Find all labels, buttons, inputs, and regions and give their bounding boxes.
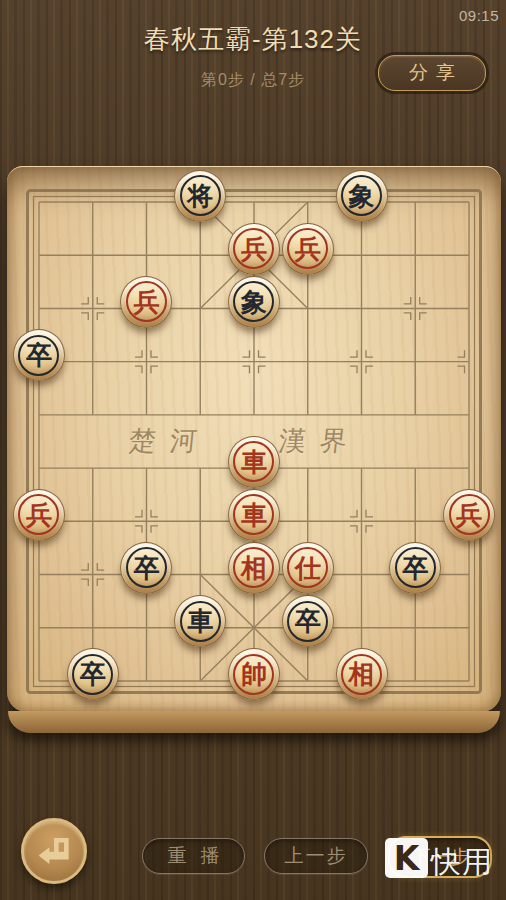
piece-glyph: 仕 [295, 555, 321, 581]
piece-black-elephant[interactable]: 象 [336, 170, 388, 222]
piece-glyph: 帥 [241, 661, 267, 687]
piece-glyph: 車 [241, 449, 267, 475]
page-title: 春秋五霸-第132关 [0, 22, 506, 57]
piece-black-soldier[interactable]: 卒 [282, 595, 334, 647]
piece-glyph: 車 [187, 608, 213, 634]
piece-red-soldier[interactable]: 兵 [443, 489, 495, 541]
piece-ring: 象 [233, 281, 274, 322]
piece-glyph: 兵 [133, 289, 159, 315]
piece-glyph: 卒 [402, 555, 428, 581]
piece-ring: 相 [341, 654, 382, 695]
piece-glyph: 卒 [80, 661, 106, 687]
piece-ring: 卒 [395, 547, 436, 588]
piece-glyph: 相 [349, 661, 375, 687]
pieces-layer: 将象兵兵兵象卒車兵車兵卒相仕卒車卒卒帥相 [12, 175, 496, 707]
piece-glyph: 兵 [295, 236, 321, 262]
piece-ring: 卒 [287, 601, 328, 642]
watermark-logo: K [385, 838, 428, 878]
piece-black-elephant[interactable]: 象 [228, 276, 280, 328]
piece-ring: 帥 [233, 654, 274, 695]
piece-ring: 兵 [18, 494, 59, 535]
piece-glyph: 兵 [26, 502, 52, 528]
piece-glyph: 相 [241, 555, 267, 581]
piece-red-soldier[interactable]: 兵 [282, 223, 334, 275]
piece-ring: 兵 [287, 228, 328, 269]
piece-ring: 兵 [126, 281, 167, 322]
piece-red-soldier[interactable]: 兵 [120, 276, 172, 328]
piece-red-chariot[interactable]: 車 [228, 489, 280, 541]
piece-glyph: 車 [241, 502, 267, 528]
piece-glyph: 卒 [295, 608, 321, 634]
piece-glyph: 兵 [241, 236, 267, 262]
piece-red-elephant[interactable]: 相 [336, 648, 388, 700]
watermark-text: 快用 [431, 842, 493, 883]
piece-glyph: 象 [349, 183, 375, 209]
piece-black-soldier[interactable]: 卒 [13, 329, 65, 381]
piece-black-general[interactable]: 将 [174, 170, 226, 222]
share-button[interactable]: 分享 [378, 55, 486, 91]
piece-ring: 相 [233, 547, 274, 588]
replay-button[interactable]: 重播 [142, 838, 245, 874]
piece-ring: 兵 [449, 494, 490, 535]
piece-ring: 卒 [18, 335, 59, 376]
piece-glyph: 兵 [456, 502, 482, 528]
piece-ring: 象 [341, 175, 382, 216]
piece-glyph: 将 [187, 183, 213, 209]
piece-black-soldier[interactable]: 卒 [389, 542, 441, 594]
return-arrow-icon [34, 831, 74, 871]
piece-black-soldier[interactable]: 卒 [120, 542, 172, 594]
piece-red-soldier[interactable]: 兵 [228, 223, 280, 275]
piece-ring: 車 [233, 441, 274, 482]
previous-step-button[interactable]: 上一步 [264, 838, 368, 874]
piece-ring: 卒 [126, 547, 167, 588]
piece-red-advisor[interactable]: 仕 [282, 542, 334, 594]
piece-black-chariot[interactable]: 車 [174, 595, 226, 647]
piece-ring: 車 [233, 494, 274, 535]
piece-ring: 将 [180, 175, 221, 216]
piece-ring: 卒 [72, 654, 113, 695]
piece-red-soldier[interactable]: 兵 [13, 489, 65, 541]
piece-glyph: 卒 [26, 342, 52, 368]
piece-glyph: 卒 [133, 555, 159, 581]
piece-ring: 兵 [233, 228, 274, 269]
piece-ring: 車 [180, 601, 221, 642]
piece-black-soldier[interactable]: 卒 [67, 648, 119, 700]
piece-red-chariot[interactable]: 車 [228, 436, 280, 488]
piece-glyph: 象 [241, 289, 267, 315]
piece-red-elephant[interactable]: 相 [228, 542, 280, 594]
piece-red-general[interactable]: 帥 [228, 648, 280, 700]
back-button[interactable] [21, 818, 87, 884]
piece-ring: 仕 [287, 547, 328, 588]
